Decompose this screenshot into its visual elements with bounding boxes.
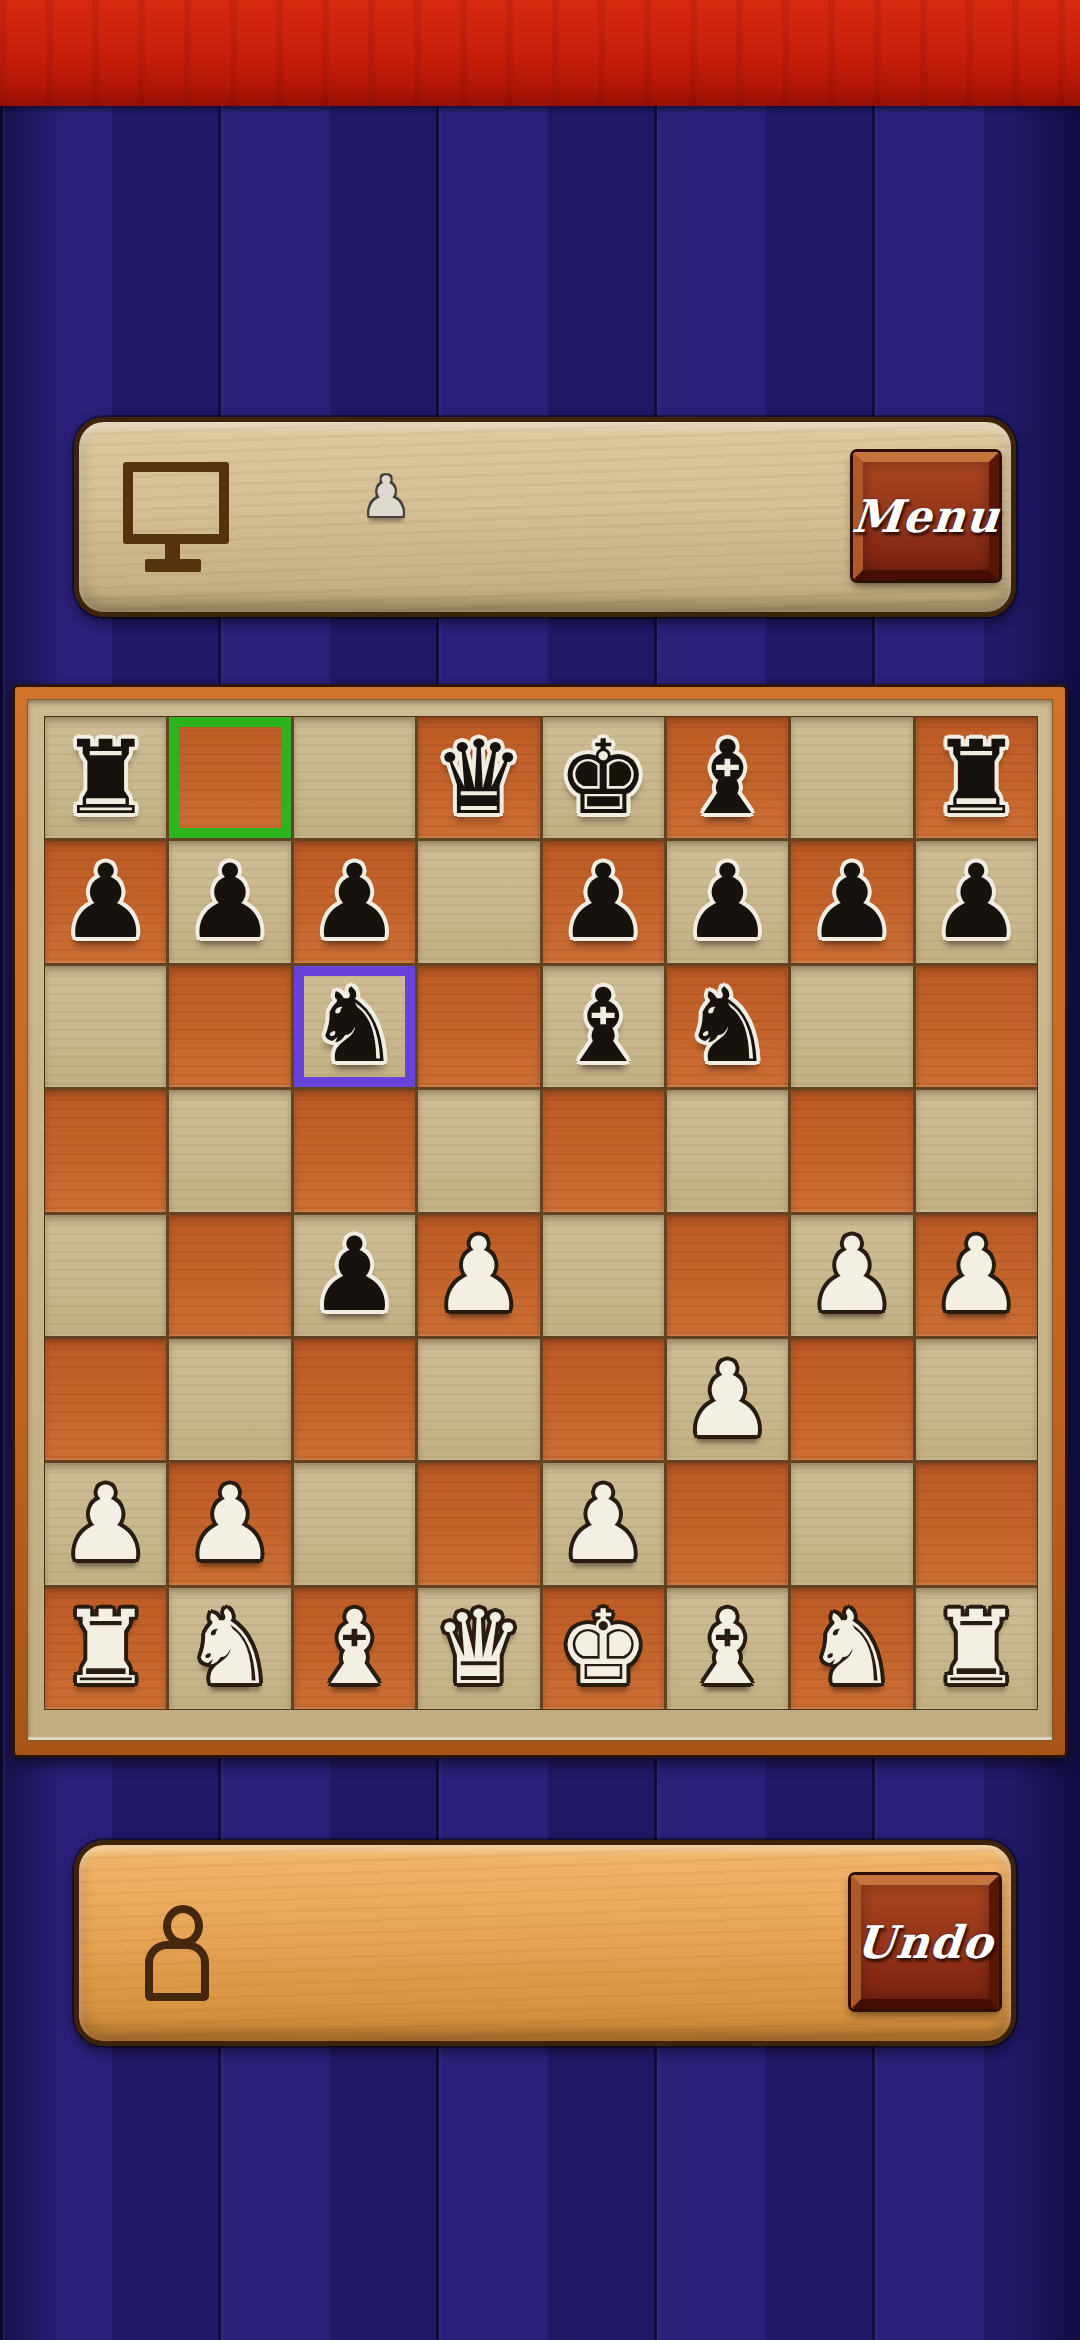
square-a4[interactable]	[45, 1215, 166, 1336]
undo-button-label: Undo	[854, 1916, 996, 1969]
square-g6[interactable]	[791, 966, 912, 1087]
square-c2[interactable]	[294, 1463, 415, 1584]
square-d7[interactable]	[418, 841, 539, 962]
square-a8[interactable]: ♜	[45, 717, 166, 838]
square-d4[interactable]: ♟	[418, 1215, 539, 1336]
square-e4[interactable]	[543, 1215, 664, 1336]
piece-white-pawn[interactable]: ♟	[433, 1224, 524, 1326]
piece-black-pawn[interactable]: ♟	[931, 851, 1022, 953]
opponent-panel: ♟ Menu	[74, 417, 1016, 617]
square-d5[interactable]	[418, 1090, 539, 1211]
square-b3[interactable]	[169, 1339, 290, 1460]
square-g4[interactable]: ♟	[791, 1215, 912, 1336]
square-c3[interactable]	[294, 1339, 415, 1460]
square-e7[interactable]: ♟	[543, 841, 664, 962]
square-f6[interactable]: ♞	[667, 966, 788, 1087]
piece-white-pawn[interactable]: ♟	[806, 1224, 897, 1326]
square-f4[interactable]	[667, 1215, 788, 1336]
square-c6[interactable]: ♞	[294, 966, 415, 1087]
person-icon	[137, 1905, 217, 2001]
square-b1[interactable]: ♞	[169, 1588, 290, 1709]
square-e6[interactable]: ♝	[543, 966, 664, 1087]
menu-button[interactable]: Menu	[853, 452, 999, 580]
piece-white-rook[interactable]: ♜	[931, 1597, 1022, 1699]
piece-white-bishop[interactable]: ♝	[309, 1597, 400, 1699]
piece-white-rook[interactable]: ♜	[60, 1597, 151, 1699]
square-f3[interactable]: ♟	[667, 1339, 788, 1460]
square-f2[interactable]	[667, 1463, 788, 1584]
top-red-banner	[0, 0, 1080, 106]
piece-black-bishop[interactable]: ♝	[682, 727, 773, 829]
piece-black-pawn[interactable]: ♟	[184, 851, 275, 953]
square-g7[interactable]: ♟	[791, 841, 912, 962]
square-e1[interactable]: ♚	[543, 1588, 664, 1709]
piece-black-rook[interactable]: ♜	[931, 727, 1022, 829]
square-d1[interactable]: ♛	[418, 1588, 539, 1709]
square-h1[interactable]: ♜	[916, 1588, 1037, 1709]
piece-white-pawn[interactable]: ♟	[184, 1473, 275, 1575]
monitor-screen	[123, 462, 229, 544]
square-h7[interactable]: ♟	[916, 841, 1037, 962]
piece-white-bishop[interactable]: ♝	[682, 1597, 773, 1699]
square-b4[interactable]	[169, 1215, 290, 1336]
undo-button[interactable]: Undo	[851, 1875, 999, 2009]
chess-board[interactable]: ♜♛♚♝♜♟♟♟♟♟♟♟♞♝♞♟♟♟♟♟♟♟♟♜♞♝♛♚♝♞♜	[44, 716, 1038, 1710]
square-a2[interactable]: ♟	[45, 1463, 166, 1584]
square-d6[interactable]	[418, 966, 539, 1087]
square-e2[interactable]: ♟	[543, 1463, 664, 1584]
square-c8[interactable]	[294, 717, 415, 838]
piece-black-pawn[interactable]: ♟	[60, 851, 151, 953]
chess-board-margin: ♜♛♚♝♜♟♟♟♟♟♟♟♞♝♞♟♟♟♟♟♟♟♟♜♞♝♛♚♝♞♜	[27, 699, 1053, 1741]
square-e8[interactable]: ♚	[543, 717, 664, 838]
menu-button-label: Menu	[850, 490, 1003, 543]
piece-black-pawn[interactable]: ♟	[309, 1224, 400, 1326]
square-h8[interactable]: ♜	[916, 717, 1037, 838]
square-d8[interactable]: ♛	[418, 717, 539, 838]
app-screen: ♟ Menu ♜♛♚♝♜♟♟♟♟♟♟♟♞♝♞♟♟♟♟♟♟♟♟♜♞♝♛♚♝♞♜ U…	[0, 0, 1080, 2340]
square-f1[interactable]: ♝	[667, 1588, 788, 1709]
square-e5[interactable]	[543, 1090, 664, 1211]
square-g8[interactable]	[791, 717, 912, 838]
square-a5[interactable]	[45, 1090, 166, 1211]
piece-white-knight[interactable]: ♞	[184, 1597, 275, 1699]
piece-black-bishop[interactable]: ♝	[557, 975, 648, 1077]
piece-white-pawn[interactable]: ♟	[60, 1473, 151, 1575]
square-h6[interactable]	[916, 966, 1037, 1087]
piece-white-king[interactable]: ♚	[557, 1597, 648, 1699]
square-b8[interactable]	[169, 717, 290, 838]
square-c4[interactable]: ♟	[294, 1215, 415, 1336]
square-d3[interactable]	[418, 1339, 539, 1460]
square-a3[interactable]	[45, 1339, 166, 1460]
square-g1[interactable]: ♞	[791, 1588, 912, 1709]
square-a6[interactable]	[45, 966, 166, 1087]
piece-black-knight[interactable]: ♞	[309, 975, 400, 1077]
square-f5[interactable]	[667, 1090, 788, 1211]
piece-black-knight[interactable]: ♞	[682, 975, 773, 1077]
square-f7[interactable]: ♟	[667, 841, 788, 962]
square-g5[interactable]	[791, 1090, 912, 1211]
square-c7[interactable]: ♟	[294, 841, 415, 962]
square-b2[interactable]: ♟	[169, 1463, 290, 1584]
piece-white-knight[interactable]: ♞	[806, 1597, 897, 1699]
square-g3[interactable]	[791, 1339, 912, 1460]
person-body	[145, 1941, 209, 2001]
captured-pieces-tray: ♟	[361, 452, 411, 542]
square-a7[interactable]: ♟	[45, 841, 166, 962]
piece-black-pawn[interactable]: ♟	[557, 851, 648, 953]
square-b5[interactable]	[169, 1090, 290, 1211]
square-e3[interactable]	[543, 1339, 664, 1460]
square-b6[interactable]	[169, 966, 290, 1087]
square-h5[interactable]	[916, 1090, 1037, 1211]
square-d2[interactable]	[418, 1463, 539, 1584]
square-c5[interactable]	[294, 1090, 415, 1211]
captured-white-pawn-icon: ♟	[361, 469, 411, 525]
piece-white-pawn[interactable]: ♟	[682, 1349, 773, 1451]
monitor-base	[145, 559, 201, 572]
square-b7[interactable]: ♟	[169, 841, 290, 962]
square-h4[interactable]: ♟	[916, 1215, 1037, 1336]
square-f8[interactable]: ♝	[667, 717, 788, 838]
square-g2[interactable]	[791, 1463, 912, 1584]
computer-monitor-icon	[119, 462, 239, 572]
piece-black-rook[interactable]: ♜	[60, 727, 151, 829]
square-h3[interactable]	[916, 1339, 1037, 1460]
piece-black-queen[interactable]: ♛	[433, 727, 524, 829]
piece-black-pawn[interactable]: ♟	[309, 851, 400, 953]
square-h2[interactable]	[916, 1463, 1037, 1584]
square-c1[interactable]: ♝	[294, 1588, 415, 1709]
piece-black-pawn[interactable]: ♟	[806, 851, 897, 953]
piece-black-king[interactable]: ♚	[557, 727, 648, 829]
square-a1[interactable]: ♜	[45, 1588, 166, 1709]
piece-white-pawn[interactable]: ♟	[931, 1224, 1022, 1326]
piece-black-pawn[interactable]: ♟	[682, 851, 773, 953]
player-panel: Undo	[74, 1840, 1016, 2046]
piece-white-queen[interactable]: ♛	[433, 1597, 524, 1699]
chess-board-frame: ♜♛♚♝♜♟♟♟♟♟♟♟♞♝♞♟♟♟♟♟♟♟♟♜♞♝♛♚♝♞♜	[12, 684, 1068, 1758]
piece-white-pawn[interactable]: ♟	[557, 1473, 648, 1575]
